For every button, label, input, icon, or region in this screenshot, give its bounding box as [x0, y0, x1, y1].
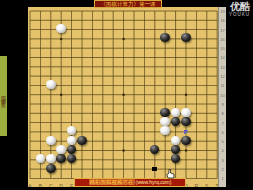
coord-number: 4: [220, 147, 226, 154]
black-stone[interactable]: [181, 117, 191, 126]
ad-banner: 精彩围棋视频尽在 (www.hyrq.com): [74, 178, 186, 187]
white-stone[interactable]: [160, 126, 170, 135]
coord-letter: C: [46, 184, 56, 188]
youku-logo-subtext: YOUKU: [229, 12, 250, 17]
white-stone[interactable]: [171, 136, 181, 145]
black-stone[interactable]: [56, 154, 66, 163]
coord-number: 2: [220, 166, 226, 173]
black-stone[interactable]: [171, 117, 181, 126]
coord-number: 19: [220, 8, 226, 15]
black-stone[interactable]: [67, 145, 77, 154]
black-stone[interactable]: [171, 154, 181, 163]
black-stone[interactable]: [67, 154, 77, 163]
go-board-area: P ABCDEFGHJKLMNOPQRST: [28, 7, 218, 187]
coord-number: 5: [220, 138, 226, 145]
white-stone[interactable]: [36, 154, 46, 163]
coord-number: 10: [220, 92, 226, 99]
coord-letter: D: [56, 184, 66, 188]
coord-number: 12: [220, 73, 226, 80]
coord-number: 15: [220, 45, 226, 52]
lesson-title-banner: 《围棋计算力》第一课: [94, 0, 162, 8]
white-stone[interactable]: [46, 136, 56, 145]
coord-number: 13: [220, 64, 226, 71]
coord-letter: S: [201, 184, 211, 188]
coord-letter: A: [28, 184, 35, 188]
youku-logo-text: 优酷: [229, 2, 250, 12]
coord-number: 18: [220, 17, 226, 24]
coord-number: 1: [220, 175, 226, 182]
black-stone[interactable]: [181, 136, 191, 145]
coord-number: 3: [220, 157, 226, 164]
white-stone[interactable]: [67, 126, 77, 135]
coord-number: 8: [220, 110, 226, 117]
white-stone[interactable]: [67, 136, 77, 145]
lesson-title-text: 《围棋计算力》第一课: [101, 1, 156, 7]
coord-number: 17: [220, 27, 226, 34]
ad-banner-text: 精彩围棋视频尽在: [89, 179, 135, 185]
black-stone[interactable]: [46, 164, 56, 173]
black-stone[interactable]: [171, 145, 181, 154]
white-stone[interactable]: [181, 108, 191, 117]
left-ad-strip: 围棋讲座: [0, 56, 7, 136]
coord-number: 14: [220, 54, 226, 61]
square-marker: [152, 167, 157, 172]
black-stone[interactable]: [77, 136, 87, 145]
video-frame: P ABCDEFGHJKLMNOPQRST 191817161514131211…: [0, 0, 253, 190]
white-stone[interactable]: [171, 108, 181, 117]
white-stone[interactable]: [160, 117, 170, 126]
black-stone[interactable]: [150, 145, 160, 154]
coord-number: 7: [220, 119, 226, 126]
go-board[interactable]: P: [28, 7, 218, 183]
coord-number: 6: [220, 129, 226, 136]
black-stone[interactable]: [181, 33, 191, 42]
label-marker: P: [184, 129, 188, 135]
coord-number: 11: [220, 82, 226, 89]
white-stone[interactable]: [56, 24, 66, 33]
coord-letter: B: [35, 184, 45, 188]
white-stone[interactable]: [56, 145, 66, 154]
coordinate-labels-right: 19181716151413121110987654321: [218, 7, 226, 187]
black-stone[interactable]: [160, 33, 170, 42]
coord-letter: R: [191, 184, 201, 188]
coord-number: 16: [220, 36, 226, 43]
hand-cursor-icon: [166, 169, 175, 179]
white-stone[interactable]: [46, 154, 56, 163]
left-strip-text: 围棋讲座: [1, 92, 7, 100]
ad-banner-url: (www.hyrq.com): [136, 179, 172, 185]
black-stone[interactable]: [160, 108, 170, 117]
white-stone[interactable]: [46, 80, 56, 89]
youku-watermark: 优酷 YOUKU: [229, 2, 250, 17]
coord-number: 9: [220, 101, 226, 108]
